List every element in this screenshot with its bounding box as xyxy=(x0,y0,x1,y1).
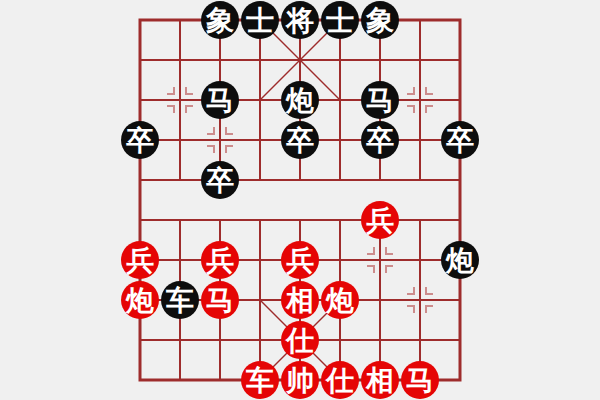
piece-black-advisor[interactable]: 士 xyxy=(321,1,359,39)
piece-glyph: 相 xyxy=(366,367,394,395)
piece-black-pawn[interactable]: 卒 xyxy=(201,161,239,199)
piece-red-horse[interactable]: 马 xyxy=(201,281,239,319)
piece-red-chariot[interactable]: 车 xyxy=(241,361,279,399)
piece-black-pawn[interactable]: 卒 xyxy=(441,121,479,159)
piece-red-pawn[interactable]: 兵 xyxy=(201,241,239,279)
piece-glyph: 仕 xyxy=(286,327,314,355)
piece-glyph: 士 xyxy=(326,7,354,35)
piece-glyph: 炮 xyxy=(446,247,474,275)
piece-red-advisor[interactable]: 仕 xyxy=(321,361,359,399)
piece-glyph: 卒 xyxy=(366,127,394,155)
piece-glyph: 马 xyxy=(406,367,434,395)
piece-glyph: 炮 xyxy=(286,87,314,115)
piece-glyph: 马 xyxy=(206,287,234,315)
piece-glyph: 兵 xyxy=(126,247,154,275)
piece-glyph: 卒 xyxy=(446,127,474,155)
piece-glyph: 炮 xyxy=(326,287,354,315)
piece-red-advisor[interactable]: 仕 xyxy=(281,321,319,359)
piece-glyph: 帅 xyxy=(286,367,314,395)
piece-glyph: 卒 xyxy=(206,167,234,195)
piece-black-chariot[interactable]: 车 xyxy=(161,281,199,319)
piece-glyph: 炮 xyxy=(126,287,154,315)
piece-glyph: 仕 xyxy=(326,367,354,395)
piece-red-cannon[interactable]: 炮 xyxy=(321,281,359,319)
piece-glyph: 马 xyxy=(206,87,234,115)
piece-red-horse[interactable]: 马 xyxy=(401,361,439,399)
piece-black-elephant[interactable]: 象 xyxy=(361,1,399,39)
piece-black-pawn[interactable]: 卒 xyxy=(281,121,319,159)
piece-red-cannon[interactable]: 炮 xyxy=(121,281,159,319)
piece-black-horse[interactable]: 马 xyxy=(201,81,239,119)
piece-red-pawn[interactable]: 兵 xyxy=(281,241,319,279)
piece-glyph: 车 xyxy=(166,287,194,315)
piece-red-pawn[interactable]: 兵 xyxy=(121,241,159,279)
piece-red-general[interactable]: 帅 xyxy=(281,361,319,399)
piece-red-elephant[interactable]: 相 xyxy=(361,361,399,399)
piece-glyph: 将 xyxy=(286,7,314,35)
piece-red-elephant[interactable]: 相 xyxy=(281,281,319,319)
piece-black-advisor[interactable]: 士 xyxy=(241,1,279,39)
piece-glyph: 马 xyxy=(366,87,394,115)
piece-black-general[interactable]: 将 xyxy=(281,1,319,39)
piece-glyph: 卒 xyxy=(286,127,314,155)
piece-glyph: 卒 xyxy=(126,127,154,155)
piece-black-horse[interactable]: 马 xyxy=(361,81,399,119)
piece-black-cannon[interactable]: 炮 xyxy=(281,81,319,119)
piece-glyph: 兵 xyxy=(206,247,234,275)
piece-glyph: 士 xyxy=(246,7,274,35)
xiangqi-board: 象士将士象马炮马卒卒卒卒卒兵兵兵兵炮炮车马相炮仕车帅仕相马 xyxy=(0,0,600,400)
piece-black-elephant[interactable]: 象 xyxy=(201,1,239,39)
piece-glyph: 相 xyxy=(286,287,314,315)
piece-black-pawn[interactable]: 卒 xyxy=(361,121,399,159)
piece-glyph: 象 xyxy=(366,7,394,35)
piece-black-pawn[interactable]: 卒 xyxy=(121,121,159,159)
piece-glyph: 兵 xyxy=(366,207,394,235)
piece-glyph: 车 xyxy=(246,367,274,395)
piece-red-pawn[interactable]: 兵 xyxy=(361,201,399,239)
piece-glyph: 兵 xyxy=(286,247,314,275)
piece-glyph: 象 xyxy=(206,7,234,35)
board-grid: 象士将士象马炮马卒卒卒卒卒兵兵兵兵炮炮车马相炮仕车帅仕相马 xyxy=(120,0,480,400)
piece-black-cannon[interactable]: 炮 xyxy=(441,241,479,279)
